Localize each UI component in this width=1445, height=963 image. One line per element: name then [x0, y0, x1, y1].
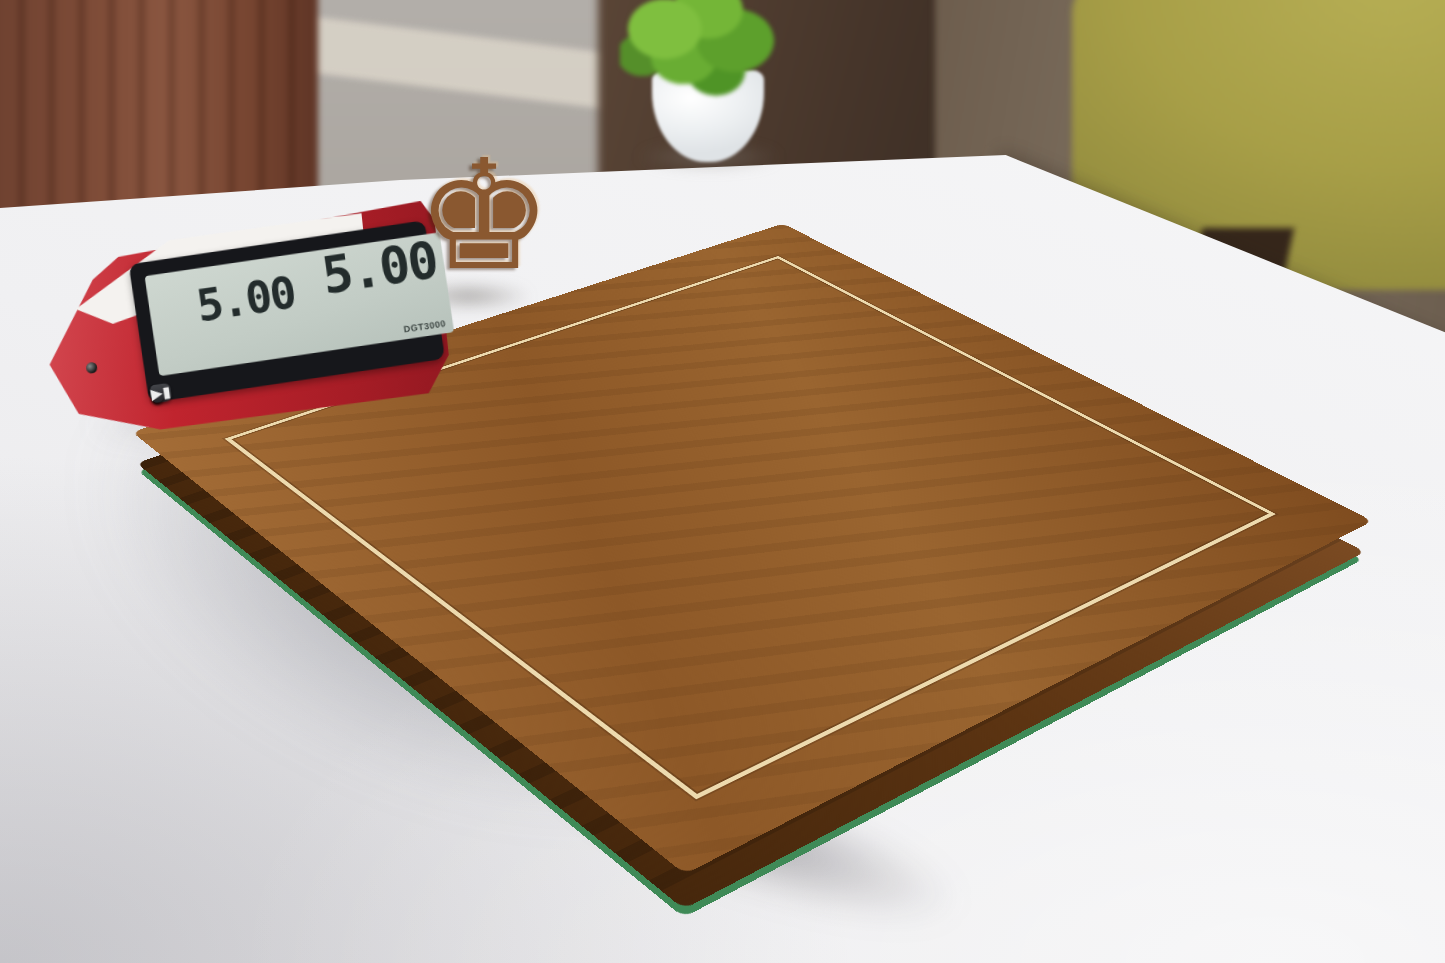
wooden-king-piece: ♚ — [416, 140, 552, 292]
left-player-time: 5.00 — [194, 271, 297, 329]
product-photo-scene: 5.00 5.00 DGT3000 ◀−▶▮+▶ ♚ — [0, 0, 1445, 963]
clock-forward-button[interactable]: ▶ — [149, 384, 163, 404]
plant-foliage — [620, 0, 780, 102]
chess-clock: 5.00 5.00 DGT3000 ◀−▶▮+▶ — [37, 200, 454, 441]
clock-model-label: DGT3000 — [402, 318, 446, 334]
